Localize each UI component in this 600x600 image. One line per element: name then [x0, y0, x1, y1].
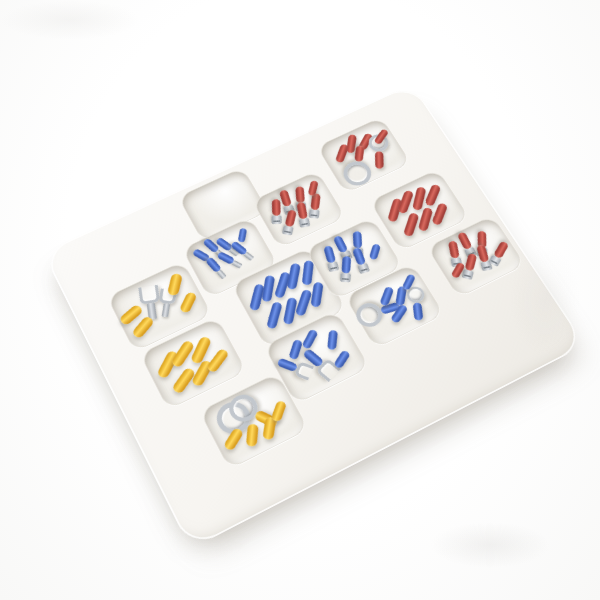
yellow-butt-connector [167, 273, 183, 296]
yellow-butt-connector [190, 336, 212, 365]
metal-female-receptacle [309, 209, 320, 218]
terminal-tray [43, 84, 586, 550]
receptacle-slot [483, 266, 490, 269]
receptacle-slot [342, 278, 349, 280]
red-insulation-sleeve [476, 244, 489, 262]
red-insulation-sleeve [295, 186, 305, 203]
metal-female-receptacle [271, 215, 281, 224]
blue-insulation-sleeve [302, 260, 314, 285]
blue-insulation-sleeve [301, 329, 318, 350]
blue-butt-connector [266, 301, 283, 329]
red-insulation-sleeve [375, 151, 384, 168]
blue-butt-connector [310, 282, 323, 308]
blue-butt-connector [333, 349, 351, 369]
blue-insulation-sleeve [341, 256, 351, 274]
yellow-butt-connector [206, 348, 230, 374]
red-insulation-sleeve [310, 193, 320, 210]
red-insulation-sleeve [285, 209, 297, 227]
blue-insulation-sleeve [352, 247, 366, 266]
blue-insulation-sleeve [333, 349, 351, 369]
blue-butt-connector [301, 329, 318, 350]
blue-insulation-sleeve [266, 301, 283, 329]
blue-insulation-sleeve [238, 228, 247, 243]
yellow-insulation-sleeve [179, 291, 198, 314]
blue-butt-connector [327, 330, 338, 350]
blue-butt-connector [287, 263, 301, 290]
yellow-insulation-sleeve [246, 424, 259, 447]
yellow-insulation-sleeve [206, 348, 230, 374]
metal-female-receptacle [282, 225, 294, 235]
red-insulation-sleeve [296, 202, 308, 220]
blue-butt-connector [369, 243, 381, 260]
metal-ring-eyelet [342, 160, 372, 187]
red-butt-connector [403, 212, 419, 237]
yellow-butt-connector [179, 291, 198, 314]
product-photo [0, 0, 600, 600]
yellow-insulation-sleeve [271, 400, 287, 422]
red-insulation-sleeve [465, 253, 478, 272]
blue-ring-terminal [406, 286, 427, 321]
blue-insulation-sleeve [261, 275, 275, 302]
blue-butt-connector [238, 228, 247, 243]
receptacle-slot [464, 274, 471, 277]
blue-insulation-sleeve [323, 245, 336, 263]
metal-female-receptacle [462, 269, 474, 280]
blue-insulation-sleeve [327, 330, 338, 350]
blue-insulation-sleeve [333, 235, 349, 254]
blue-insulation-sleeve [353, 231, 363, 248]
blue-female-disconnect [340, 256, 352, 282]
metal-female-receptacle [327, 262, 339, 273]
receptacle-slot [361, 268, 368, 271]
blue-butt-connector [261, 275, 275, 302]
blue-insulation-sleeve [412, 302, 423, 320]
red-insulation-sleeve [457, 232, 473, 251]
receptacle-slot [330, 267, 337, 270]
metal-fork-tines [138, 285, 160, 305]
red-insulation-sleeve [493, 240, 509, 259]
blue-butt-connector [302, 260, 314, 285]
red-female-disconnect [271, 199, 282, 224]
blue-insulation-sleeve [310, 282, 323, 308]
red-butt-connector [431, 202, 448, 226]
blue-female-disconnect [351, 247, 370, 274]
red-female-disconnect [309, 193, 322, 218]
metal-female-receptacle [299, 218, 311, 228]
red-female-disconnect [488, 240, 510, 267]
yellow-butt-connector [271, 400, 287, 422]
red-insulation-sleeve [272, 199, 281, 216]
red-insulation-sleeve [397, 190, 414, 215]
receptacle-slot [273, 220, 280, 222]
red-insulation-sleeve [448, 241, 460, 259]
receptacle-slot [491, 260, 498, 264]
yellow-butt-connector [246, 424, 259, 447]
metal-fork-shank [161, 303, 170, 317]
blue-insulation-sleeve [287, 263, 301, 290]
blue-insulation-sleeve [369, 243, 381, 260]
red-insulation-sleeve [355, 145, 365, 162]
red-butt-connector [397, 190, 414, 215]
background-smudge [430, 522, 550, 568]
metal-female-receptacle [340, 273, 351, 282]
compartment-red-ring-terminals [316, 117, 411, 194]
red-insulation-sleeve [431, 202, 448, 226]
receptacle-slot [284, 231, 291, 234]
receptacle-slot [301, 223, 308, 225]
yellow-insulation-sleeve [167, 273, 183, 296]
background-smudge [0, 0, 140, 40]
red-insulation-sleeve [403, 212, 419, 237]
receptacle-slot [310, 214, 317, 216]
yellow-insulation-sleeve [190, 336, 212, 365]
